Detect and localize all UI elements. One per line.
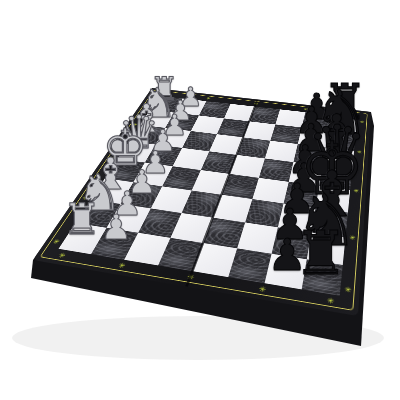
star-icon: ✳ — [360, 120, 365, 124]
star-icon: ✳ — [303, 107, 309, 111]
star-icon: ✳ — [353, 188, 359, 194]
square-h7[interactable] — [265, 254, 307, 290]
star-icon: ✳ — [258, 285, 267, 293]
star-icon: ✳ — [326, 297, 334, 306]
chess-set-scene: ✳✳✳✳✳✳✳✳✳✳✳✳✳✳✳✳✳✳✳✳ ♜♟♟♜♞♟♟♞♝♟♟♝♛♟♟♛♚♟♟… — [0, 0, 400, 400]
star-icon: ✳ — [357, 150, 363, 155]
star-icon: ✳ — [344, 286, 352, 294]
star-icon: ✳ — [349, 234, 356, 241]
square-h8[interactable] — [302, 259, 343, 295]
star-icon: ✳ — [349, 112, 354, 116]
